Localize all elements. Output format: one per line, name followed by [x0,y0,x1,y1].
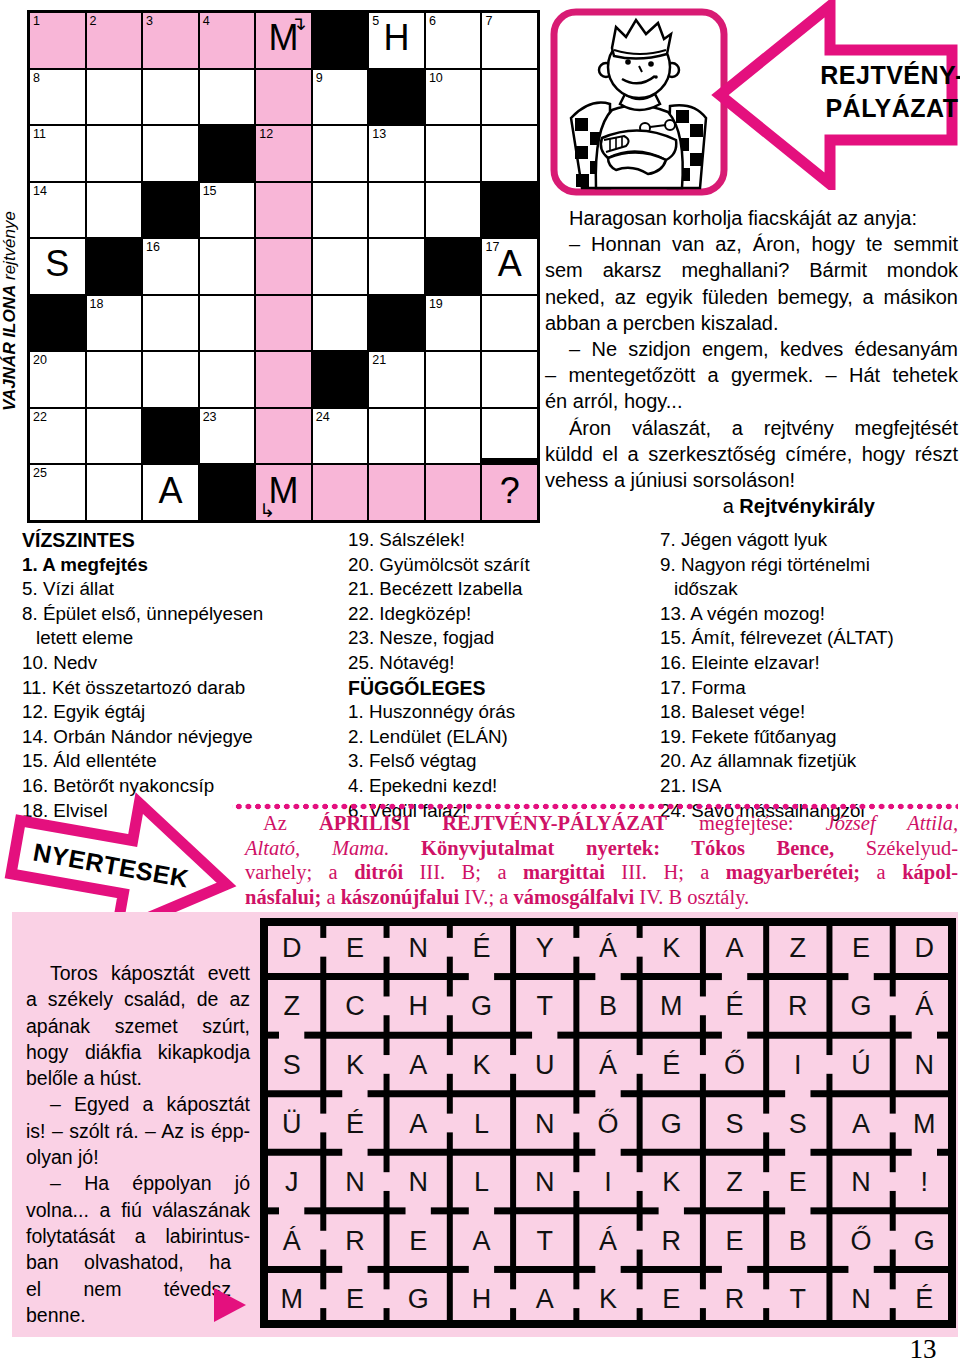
crossword-solution-cell: 1 [29,12,86,69]
labyrinth-letter: É [346,1109,364,1139]
crossword-black-cell [199,464,256,521]
crossword-cell [199,238,256,295]
crossword-solution-cell: 4 [199,12,256,69]
clue-number: 9 [316,71,323,85]
crossword-cell [481,69,538,126]
labyrinth-letter: K [662,933,680,963]
crossword-black-cell [142,408,199,465]
text-line: Haragosan korholja fiacskáját az anyja: [545,205,958,231]
clue-item: 7. Jégen vágott lyuk [660,528,958,553]
crossword-solution-cell: 3 [142,12,199,69]
crossword-solution-cell: M↴ [255,12,312,69]
clue-item: 19. Sálszélek! [348,528,648,553]
text-line: Az ÁPRILISI REJTVÉNY-PÁLYÁZAT megfejtése… [245,811,958,836]
clue-item: 22. Idegközép! [348,602,648,627]
labyrinth-letter: E [852,933,870,963]
crossword-cell: 9 [312,69,369,126]
crossword-cell: 23 [199,408,256,465]
crossword-cell [481,408,538,465]
text-line: küldd el a szerkesztőség címére, hogy ré… [545,441,958,467]
labyrinth-letter: E [662,1284,680,1314]
labyrinth-svg: DENÉYÁKAZEDZCHGTBMÉRGÁSKAKUÁÉŐIÚNÜÉALNŐG… [260,918,956,1328]
labyrinth-letter: U [535,1050,555,1080]
labyrinth-letter: R [725,1284,745,1314]
crossword-black-cell [199,125,256,182]
crossword-cell: 15 [199,182,256,239]
crossword-solution-cell [255,238,312,295]
labyrinth-letter: E [409,1226,427,1256]
crossword-black-cell [29,295,86,352]
labyrinth-letter: A [852,1109,870,1139]
clue-item: 21. Becézett Izabella [348,577,648,602]
crossword-cell [312,238,369,295]
clue-number: 20 [33,353,47,367]
clue-item: 20. Az államnak fizetjük [660,749,958,774]
crossword-cell: 5H [368,12,425,69]
labyrinth-letter: L [474,1109,489,1139]
hint-letter: H [369,18,424,60]
clue-number: 4 [203,14,210,28]
clue-number: 8 [33,71,40,85]
clue-number: 13 [372,127,386,141]
crossword-cell [142,351,199,408]
crossword-solution-cell: 2 [86,12,143,69]
crossword-black-cell [312,12,369,69]
puzzle-king-illustration [548,6,730,202]
labyrinth-letter: H [408,991,428,1021]
crossword-solution-cell [255,351,312,408]
labyrinth-letter: Á [599,933,617,963]
direction-arrow-icon: ↴ [291,14,307,33]
crossword-cell [199,295,256,352]
labyrinth-letter: A [409,1050,427,1080]
clue-section-header: VÍZSZINTES [22,528,332,553]
labyrinth-letter: E [346,1284,364,1314]
labyrinth-letter: B [789,1226,807,1256]
labyrinth-letter: B [599,991,617,1021]
clue-item: 17. Forma [660,676,958,701]
clue-item: letett eleme [22,626,332,651]
banner-line2: PÁLYÁZAT [825,94,958,122]
crossword-cell [425,182,482,239]
text-line: – mentegetőzött a gyermek. – Hát tehetek [545,362,958,388]
labyrinth-letter: L [474,1167,489,1197]
labyrinth-letter: E [726,1226,744,1256]
clue-number: 19 [429,297,443,311]
labyrinth-letter: Ő [851,1225,872,1256]
labyrinth-letter: D [915,933,935,963]
clue-number: 22 [33,410,47,424]
crossword-cell: 6 [425,12,482,69]
intro-story-text: Haragosan korholja fiacskáját az anyja:–… [545,205,958,519]
clue-item: 8. Épület első, ünnepélyesen [22,602,332,627]
labyrinth-letter: N [345,1167,365,1197]
clue-number: 18 [90,297,104,311]
crossword-cell: 10 [425,69,482,126]
clue-item: 15. Áld ellentéte [22,749,332,774]
labyrinth-letter: ! [921,1167,929,1197]
labyrinth-letter: M [280,1284,303,1314]
clue-number: 11 [33,127,46,141]
clue-number: 24 [316,410,330,424]
clue-item: 20. Gyümölcsöt szárít [348,553,648,578]
page-number: 13 [898,1334,948,1363]
text-line: ban olvashatod, ha [26,1249,231,1275]
hint-letter: A [143,470,198,512]
clue-number: 1 [33,14,40,28]
crossword-cell: 20 [29,351,86,408]
text-line: neked, az egyik füleden bemegy, a másiko… [545,284,958,310]
labyrinth-letter: K [472,1050,490,1080]
text-line: násfalui; a kászonújfalui IV.; a vámosgá… [245,885,958,910]
labyrinth-letter: R [345,1226,365,1256]
text-line: belőle a húst. [26,1065,250,1091]
text-line: abban a percben kiszalad. [545,310,958,336]
labyrinth-letter: É [662,1050,680,1080]
labyrinth-letter: J [285,1167,299,1197]
hint-letter: ? [482,470,537,512]
labyrinth-letter: Á [599,1226,617,1256]
labyrinth-letter: T [536,1226,553,1256]
text-line: olyan jó! [26,1144,250,1170]
crossword-cell [312,182,369,239]
labyrinth-letter: C [345,991,365,1021]
labyrinth-letter: É [915,1284,933,1314]
labyrinth-letter: Ő [724,1049,745,1080]
crossword-cell: 21 [368,351,425,408]
labyrinth-letter: N [408,1167,428,1197]
labyrinth-letter: A [536,1284,554,1314]
clue-number: 10 [429,71,443,85]
clue-item: 3. Felső végtag [348,749,648,774]
clue-number: 16 [146,240,160,254]
crossword-black-cell [86,238,143,295]
crossword-cell [86,408,143,465]
labyrinth-letter: N [915,1050,935,1080]
crossword-solution-cell [312,464,369,521]
clue-item: 5. Vízi állat [22,577,332,602]
text-line: varhely; a ditrói III. B; a margittai II… [245,860,958,885]
labyrinth-letter: E [346,933,364,963]
labyrinth-letter: I [604,1167,612,1197]
text-line: Áron válaszát, a rejtvény megfejtését [545,415,958,441]
crossword-cell: 13 [368,125,425,182]
crossword-cell [425,351,482,408]
text-line: én arról, hogy... [545,388,958,414]
labyrinth-letter: I [794,1050,802,1080]
crossword-cell [142,125,199,182]
text-line: hogy diákfia kikapkodja [26,1039,250,1065]
labyrinth-letter: Á [599,1050,617,1080]
crossword-black-cell [368,69,425,126]
labyrinth-letter: Ú [851,1049,871,1080]
labyrinth-letter: A [726,933,744,963]
clue-item: 15. Ámít, félrevezet (ÁLTAT) [660,626,958,651]
clue-item: 4. Epekedni kezd! [348,774,648,799]
labyrinth-letter: R [662,1226,682,1256]
text-line: a Rejtvénykirály [545,493,958,519]
crossword-cell: 17A [481,238,538,295]
clue-number: 23 [203,410,217,424]
crossword-cell [312,295,369,352]
clue-item: 18. Baleset vége! [660,700,958,725]
labyrinth-letter: K [599,1284,617,1314]
clue-item: 1. A megfejtés [22,553,332,578]
crossword-cell: 11 [29,125,86,182]
crossword-solution-cell: ? [481,464,538,521]
crossword-cell: 16 [142,238,199,295]
labyrinth-letter: H [472,1284,492,1314]
clue-item: 23. Nesze, fogjad [348,626,648,651]
clue-item: időszak [660,577,958,602]
banner-line1: REJTVÉNY- [820,61,960,89]
clue-number: 15 [203,184,217,198]
crossword-black-cell [142,182,199,239]
crossword-cell [368,182,425,239]
text-line: folytatását a labirintus- [26,1223,250,1249]
labyrinth-letter: R [788,991,808,1021]
crossword-solution-cell: 12 [255,125,312,182]
clues-column-2: 19. Sálszélek!20. Gyümölcsöt szárít21. B… [348,528,648,823]
labyrinth-letter: G [851,991,872,1021]
labyrinth-letter: K [346,1050,364,1080]
labyrinth-letter: N [851,1167,871,1197]
text-line: el nem tévedsz [26,1276,231,1302]
crossword-solution-cell [255,295,312,352]
crossword-cell: 19 [425,295,482,352]
clue-item: 19. Fekete fűtőanyag [660,725,958,750]
crossword-cell: 18 [86,295,143,352]
clue-item: 14. Orbán Nándor névjegye [22,725,332,750]
crossword-cell: 22 [29,408,86,465]
crossword-cell [481,351,538,408]
labyrinth-letter: Á [915,991,933,1021]
crossword-cell: 8 [29,69,86,126]
labyrinth-letter: S [726,1109,744,1139]
labyrinth-letter: N [408,933,428,963]
crossword-cell [142,295,199,352]
labyrinth-letter: S [283,1050,301,1080]
cabbage-story-text: Toros káposztát evetta székely család, d… [26,960,250,1328]
crossword-cell [425,408,482,465]
crossword-black-cell [481,182,538,239]
text-line: – Honnan van az, Áron, hogy te semmit [545,231,958,257]
crossword-solution-cell [255,182,312,239]
text-line: Altató, Mama. Könyvjutalmat nyertek: Tók… [245,836,958,861]
crossword-grid: 1234M↴5H6789101112131415S1617A1819202122… [27,10,540,523]
clue-number: 12 [259,127,273,141]
crossword-cell [368,238,425,295]
crossword-cell [86,464,143,521]
crossword-cell: 14 [29,182,86,239]
labyrinth-letter: M [913,1109,936,1139]
clue-item: 13. A végén mozog! [660,602,958,627]
text-line: volna... a fiú válaszának [26,1197,250,1223]
text-line: sem akarsz meghallani? Bármit mondok [545,257,958,283]
clue-item: 12. Egyik égtáj [22,700,332,725]
labyrinth-letter: Y [536,933,554,963]
direction-arrow-icon: ↳ [259,501,275,520]
crossword-cell [199,69,256,126]
labyrinth-letter: É [726,991,744,1021]
labyrinth-letter: N [535,1167,555,1197]
clue-number: 25 [33,466,47,480]
crossword-cell [312,125,369,182]
clue-number: 3 [146,14,153,28]
labyrinth-letter: Á [283,1226,301,1256]
clue-number: 21 [372,353,386,367]
letter-labyrinth: DENÉYÁKAZEDZCHGTBMÉRGÁSKAKUÁÉŐIÚNÜÉALNŐG… [260,918,956,1332]
labyrinth-letter: Z [726,1167,743,1197]
labyrinth-letter: A [409,1109,427,1139]
labyrinth-letter: Z [790,933,807,963]
crossword-black-cell [368,295,425,352]
crossword-cell: S [29,238,86,295]
clue-number: 6 [429,14,436,28]
author-name: VAJNÁR ILONA [0,285,19,411]
text-line: a székely család, de az [26,986,250,1012]
labyrinth-letter: E [789,1167,807,1197]
clue-item: 9. Nagyon régi történelmi [660,553,958,578]
clue-item: 10. Nedv [22,651,332,676]
clue-item: 21. ISA [660,774,958,799]
crossword-cell: A [142,464,199,521]
crossword-cell [368,408,425,465]
crossword-cell [142,69,199,126]
clue-section-header: FÜGGŐLEGES [348,676,648,701]
labyrinth-letter: K [662,1167,680,1197]
crossword-black-cell [425,238,482,295]
text-line: – Egyed a káposztát [26,1091,250,1117]
winners-announcement: Az ÁPRILISI REJTVÉNY-PÁLYÁZAT megfejtése… [245,811,958,909]
dotted-separator [232,801,958,810]
crossword-cell: 25 [29,464,86,521]
crossword-solution-cell: M↳ [255,464,312,521]
labyrinth-letter: Ü [282,1109,302,1139]
labyrinth-letter: N [535,1109,555,1139]
crossword-cell [86,182,143,239]
text-line: – Ha éppolyan jó [26,1170,250,1196]
crossword-cell [86,351,143,408]
crossword-cell [199,351,256,408]
labyrinth-letter: Ő [597,1108,618,1139]
text-line: apának szemet szúrt, [26,1013,250,1039]
crossword-cell: 7 [481,12,538,69]
crossword-solution-cell [255,408,312,465]
byline-suffix: rejtvénye [0,211,19,285]
clue-item: 11. Két összetartozó darab [22,676,332,701]
labyrinth-letter: T [790,1284,807,1314]
clue-item: 16. Eleinte elzavar! [660,651,958,676]
clue-number: 2 [90,14,97,28]
crossword-solution-cell [368,464,425,521]
crossword-cell [481,125,538,182]
crossword-cell [86,125,143,182]
labyrinth-letter: M [660,991,683,1021]
labyrinth-letter: G [661,1109,682,1139]
clues-column-3: 7. Jégen vágott lyuk9. Nagyon régi törté… [660,528,958,823]
crossword-cell [425,125,482,182]
labyrinth-letter: S [789,1109,807,1139]
labyrinth-letter: É [472,933,490,963]
text-line: vehess a júniusi sorsoláson! [545,467,958,493]
labyrinth-letter: G [471,991,492,1021]
clue-number: 14 [33,184,47,198]
crossword-cell: 24 [312,408,369,465]
text-line: is! – szólt rá. – Az is épp- [26,1118,250,1144]
text-line: – Ne szidjon engem, kedves édesanyám [545,336,958,362]
puzzle-page: VAJNÁR ILONA rejtvénye 1234M↴5H678910111… [0,0,960,1363]
labyrinth-letter: Z [283,991,300,1021]
labyrinth-letter: G [914,1226,935,1256]
author-byline: VAJNÁR ILONA rejtvénye [0,111,22,511]
labyrinth-letter: T [536,991,553,1021]
labyrinth-letter: N [851,1284,871,1314]
crossword-cell [86,69,143,126]
clue-number: 7 [485,14,492,28]
story-pointer-triangle [214,1288,246,1322]
crossword-solution-cell [425,464,482,521]
hint-letter: S [30,244,85,286]
labyrinth-letter: G [408,1284,429,1314]
crossword-solution-cell [255,69,312,126]
clue-item: 2. Lendület (ELÁN) [348,725,648,750]
hint-letter: A [482,244,537,286]
text-line: Toros káposztát evett [26,960,250,986]
rejtveny-palyazat-banner: REJTVÉNY- PÁLYÁZAT [710,0,960,194]
labyrinth-letter: D [282,933,302,963]
clue-item: 25. Nótavég! [348,651,648,676]
clue-item: 1. Huszonnégy órás [348,700,648,725]
labyrinth-letter: A [472,1226,490,1256]
crossword-cell [481,295,538,352]
crossword-black-cell [312,351,369,408]
